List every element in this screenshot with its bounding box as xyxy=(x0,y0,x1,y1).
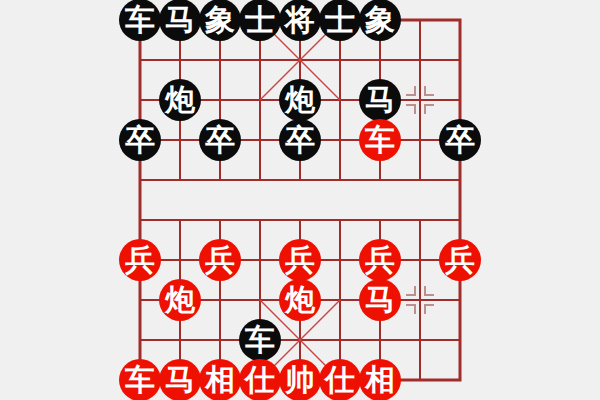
red-horse[interactable]: 马 xyxy=(359,279,401,321)
black-chariot[interactable]: 车 xyxy=(119,0,161,41)
red-soldier[interactable]: 兵 xyxy=(359,239,401,281)
red-general[interactable]: 帅 xyxy=(279,359,321,400)
red-soldier[interactable]: 兵 xyxy=(279,239,321,281)
black-cannon[interactable]: 炮 xyxy=(159,79,201,121)
black-elephant[interactable]: 象 xyxy=(199,0,241,41)
red-cannon[interactable]: 炮 xyxy=(279,279,321,321)
black-chariot[interactable]: 车 xyxy=(239,319,281,361)
black-cannon[interactable]: 炮 xyxy=(279,79,321,121)
black-horse[interactable]: 马 xyxy=(159,0,201,41)
red-elephant[interactable]: 相 xyxy=(199,359,241,400)
red-chariot[interactable]: 车 xyxy=(359,119,401,161)
black-advisor[interactable]: 士 xyxy=(239,0,281,41)
black-horse[interactable]: 马 xyxy=(359,79,401,121)
red-chariot[interactable]: 车 xyxy=(119,359,161,400)
black-soldier[interactable]: 卒 xyxy=(199,119,241,161)
pieces-layer[interactable]: 车马象士将士象炮炮马卒卒卒车卒兵兵兵兵兵炮炮马车车马相仕帅仕相 xyxy=(120,0,480,400)
black-soldier[interactable]: 卒 xyxy=(279,119,321,161)
red-advisor[interactable]: 仕 xyxy=(319,359,361,400)
red-cannon[interactable]: 炮 xyxy=(159,279,201,321)
red-elephant[interactable]: 相 xyxy=(359,359,401,400)
black-elephant[interactable]: 象 xyxy=(359,0,401,41)
black-general[interactable]: 将 xyxy=(279,0,321,41)
black-soldier[interactable]: 卒 xyxy=(119,119,161,161)
black-soldier[interactable]: 卒 xyxy=(439,119,481,161)
xiangqi-board[interactable]: 车马象士将士象炮炮马卒卒卒车卒兵兵兵兵兵炮炮马车车马相仕帅仕相 xyxy=(0,0,600,400)
red-soldier[interactable]: 兵 xyxy=(439,239,481,281)
red-horse[interactable]: 马 xyxy=(159,359,201,400)
red-advisor[interactable]: 仕 xyxy=(239,359,281,400)
red-soldier[interactable]: 兵 xyxy=(199,239,241,281)
black-advisor[interactable]: 士 xyxy=(319,0,361,41)
red-soldier[interactable]: 兵 xyxy=(119,239,161,281)
